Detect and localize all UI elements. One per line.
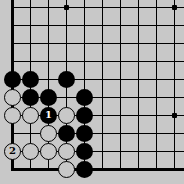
black-stone[interactable]	[58, 125, 75, 142]
white-stone[interactable]	[4, 107, 21, 124]
black-stone[interactable]	[76, 107, 93, 124]
white-stone[interactable]	[58, 161, 75, 178]
black-stone[interactable]: 1	[40, 107, 57, 124]
black-stone[interactable]	[4, 71, 21, 88]
black-stone[interactable]	[76, 161, 93, 178]
white-stone[interactable]	[58, 143, 75, 160]
white-stone[interactable]	[58, 107, 75, 124]
white-stone[interactable]	[40, 125, 57, 142]
move-number-label: 2	[9, 146, 16, 156]
black-stone[interactable]	[40, 89, 57, 106]
black-stone[interactable]	[22, 71, 39, 88]
go-board[interactable]: 12	[0, 0, 184, 184]
white-stone[interactable]	[22, 143, 39, 160]
black-stone[interactable]	[22, 89, 39, 106]
white-stone[interactable]	[22, 107, 39, 124]
black-stone[interactable]	[58, 71, 75, 88]
black-stone[interactable]	[76, 125, 93, 142]
move-number-label: 1	[45, 110, 52, 120]
white-stone[interactable]: 2	[4, 143, 21, 160]
stones-layer: 12	[0, 0, 184, 184]
black-stone[interactable]	[76, 89, 93, 106]
white-stone[interactable]	[4, 89, 21, 106]
white-stone[interactable]	[40, 143, 57, 160]
black-stone[interactable]	[76, 143, 93, 160]
